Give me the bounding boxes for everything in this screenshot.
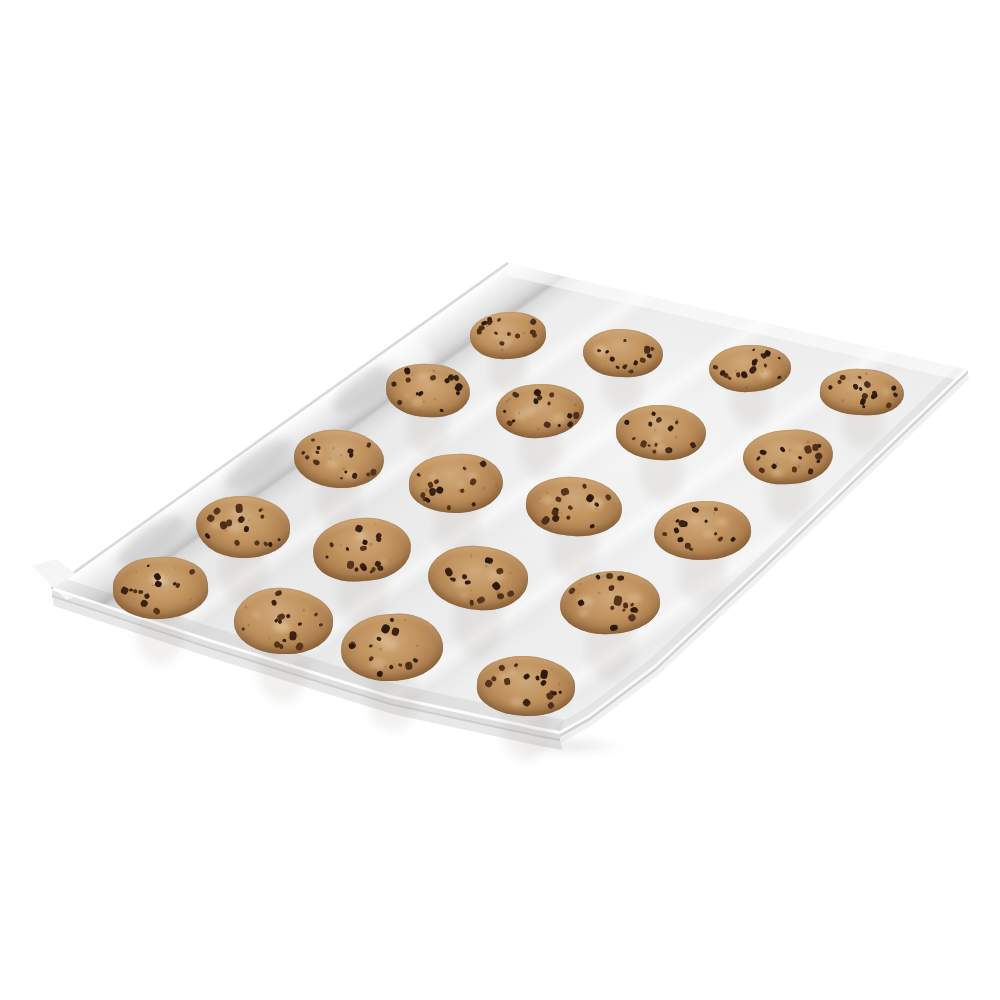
- chocolate-chip: [462, 466, 467, 471]
- cookie-freckle: [712, 512, 715, 515]
- cookie-body: [582, 328, 664, 379]
- cookie-freckle: [302, 609, 305, 612]
- chocolate-chip: [146, 564, 150, 568]
- chocolate-chip: [151, 607, 160, 616]
- cookie-freckle: [422, 400, 425, 403]
- chocolate-chip: [543, 421, 552, 429]
- chocolate-chip: [444, 566, 454, 577]
- chocolate-chip: [119, 586, 128, 596]
- cookie-freckle: [842, 399, 845, 402]
- chocolate-chip: [405, 661, 414, 670]
- cookie-freckle: [248, 520, 250, 522]
- chocolate-chip: [568, 504, 574, 510]
- chocolate-chip: [274, 590, 282, 597]
- chocolate-chip: [758, 467, 765, 474]
- cookie-freckle: [152, 584, 154, 586]
- chocolate-chip: [622, 365, 627, 370]
- chocolate-chip: [429, 373, 436, 380]
- cookie-dough-bump: [578, 609, 589, 617]
- chocolate-chip: [188, 568, 196, 576]
- cookie-freckle: [384, 665, 386, 667]
- chocolate-chip: [533, 397, 539, 404]
- chocolate-chip: [396, 398, 403, 405]
- cookie-freckle: [375, 523, 377, 525]
- cookie-dough-bump: [541, 495, 553, 504]
- cookie-freckle: [425, 488, 428, 491]
- chocolate-chip: [704, 518, 708, 522]
- chocolate-chip: [506, 590, 514, 598]
- chocolate-chip: [282, 639, 286, 643]
- chocolate-chip: [779, 446, 786, 453]
- chocolate-chip: [329, 541, 335, 547]
- cookie-dough-bump: [508, 670, 517, 677]
- chocolate-chip: [243, 526, 249, 533]
- cookie-dough-bump: [795, 444, 803, 450]
- chocolate-chip: [462, 574, 468, 580]
- chocolate-chip: [325, 555, 329, 559]
- chocolate-chip: [369, 644, 373, 647]
- chocolate-chip: [465, 580, 471, 585]
- chocolate-chip: [497, 592, 505, 600]
- chocolate-chip: [515, 333, 521, 338]
- chocolate-chip: [471, 501, 476, 506]
- chocolate-chip: [862, 404, 866, 408]
- chocolate-chip: [278, 643, 284, 649]
- chocolate-chip: [479, 460, 487, 468]
- chocolate-chip: [376, 671, 383, 678]
- cookie-freckle: [635, 366, 637, 368]
- chocolate-chip: [318, 623, 323, 627]
- cookie-freckle: [745, 386, 748, 389]
- chocolate-chip: [351, 473, 358, 480]
- chocolate-chip: [751, 348, 755, 352]
- chocolate-chip: [609, 356, 615, 362]
- chocolate-chip: [558, 690, 562, 694]
- chocolate-chip: [690, 441, 697, 449]
- cookie-freckle: [604, 360, 606, 362]
- cookie-dough-bump: [651, 435, 662, 443]
- chocolate-chip: [498, 663, 507, 672]
- chocolate-chip: [892, 392, 899, 399]
- cookie-dough-bump: [627, 592, 642, 603]
- cookie-freckle: [495, 484, 498, 487]
- chocolate-chip: [359, 545, 367, 551]
- chocolate-chip: [549, 392, 554, 398]
- chocolate-chip: [380, 623, 391, 634]
- cookie-freckle: [806, 441, 809, 444]
- chocolate-chip: [397, 662, 402, 666]
- cookie-freckle: [558, 683, 561, 686]
- cookie-dough-bump: [690, 517, 698, 523]
- chocolate-chip: [289, 631, 297, 640]
- chocolate-chip: [655, 416, 663, 424]
- chocolate-chip: [573, 412, 579, 420]
- chocolate-chip: [595, 573, 602, 580]
- chocolate-chip: [346, 560, 354, 569]
- chocolate-chip: [645, 345, 651, 353]
- cookie-freckle: [789, 449, 792, 452]
- chocolate-chip: [355, 523, 364, 532]
- chocolate-chip: [610, 605, 615, 610]
- chocolate-chip: [485, 557, 494, 564]
- chocolate-chip: [366, 473, 370, 477]
- cookie-freckle: [551, 668, 553, 670]
- cookie-freckle: [224, 529, 227, 532]
- chocolate-chip: [540, 669, 549, 679]
- cookie-dough-bump: [551, 413, 566, 424]
- chocolate-chip: [340, 477, 344, 480]
- chocolate-chip: [138, 590, 143, 594]
- chocolate-chip: [439, 408, 444, 412]
- chocolate-chip: [294, 642, 304, 652]
- chocolate-chip: [253, 540, 260, 547]
- chocolate-chip: [493, 330, 498, 335]
- chocolate-chip: [270, 599, 277, 607]
- cookie-freckle: [797, 465, 800, 468]
- chocolate-chip: [615, 365, 620, 370]
- chocolate-chip: [416, 472, 421, 477]
- chocolate-chip: [828, 384, 834, 390]
- chocolate-chip: [540, 679, 547, 686]
- chocolate-chip: [676, 536, 683, 542]
- cookie-dough-bump: [428, 473, 436, 479]
- chocolate-chip: [639, 439, 647, 448]
- cookie-freckle: [872, 384, 874, 386]
- cookie-freckle: [244, 605, 248, 609]
- chocolate-chip: [434, 478, 440, 484]
- chocolate-chip: [389, 617, 395, 623]
- cookie-dough-bump: [881, 388, 891, 395]
- cookie-freckle: [523, 331, 526, 334]
- cookie-freckle: [134, 571, 136, 573]
- cookie-freckle: [404, 619, 406, 621]
- chocolate-chip: [713, 531, 717, 535]
- cookie-freckle: [512, 341, 514, 343]
- chocolate-chip: [507, 332, 512, 336]
- chocolate-chip: [857, 375, 862, 379]
- cookie-freckle: [332, 447, 335, 450]
- chocolate-chip: [891, 385, 898, 392]
- chocolate-chip: [648, 421, 653, 426]
- chocolate-chip: [613, 594, 623, 605]
- cookie-freckle: [560, 511, 562, 513]
- chocolate-chip: [154, 580, 162, 588]
- chocolate-chip: [749, 365, 758, 375]
- chocolate-chip: [539, 514, 551, 526]
- chocolate-chip: [204, 533, 211, 540]
- chocolate-chip: [648, 444, 652, 447]
- chocolate-chip: [632, 436, 637, 440]
- chocolate-chip: [376, 536, 383, 542]
- cookie-freckle: [340, 454, 342, 456]
- chocolate-chip: [361, 565, 368, 572]
- chocolate-chip: [716, 535, 723, 542]
- chocolate-chip: [675, 420, 680, 425]
- cookie-dough-bump: [457, 481, 465, 486]
- chocolate-chip: [582, 483, 588, 489]
- cookie-freckle: [374, 669, 376, 671]
- cookie-freckle: [624, 434, 626, 436]
- chocolate-chip: [651, 411, 656, 416]
- cookie-dough-bump: [274, 621, 291, 633]
- chocolate-chip: [661, 531, 666, 536]
- cookie-dough-bump: [715, 517, 727, 526]
- cookie-freckle: [577, 592, 579, 594]
- chocolate-chip: [512, 391, 521, 399]
- cookies-layer: [0, 0, 1000, 1000]
- cookie-freckle: [518, 412, 521, 415]
- chocolate-chip: [476, 595, 485, 604]
- cookie-freckle: [418, 408, 421, 411]
- cookie-freckle: [412, 373, 413, 374]
- cookie-freckle: [273, 543, 275, 545]
- cookie-freckle: [505, 400, 508, 403]
- chocolate-chip: [491, 676, 497, 682]
- cookie-freckle: [390, 558, 392, 560]
- chocolate-chip: [623, 339, 626, 343]
- chocolate-chip: [623, 419, 629, 425]
- chocolate-chip: [412, 657, 418, 663]
- chocolate-chip: [814, 451, 823, 460]
- cookie-freckle: [509, 571, 511, 573]
- cookie-freckle: [537, 428, 539, 430]
- chocolate-chip: [547, 701, 556, 710]
- chocolate-chip: [604, 493, 611, 500]
- cookie-freckle: [598, 591, 601, 594]
- chocolate-chip: [804, 445, 813, 455]
- chocolate-chip: [297, 622, 302, 626]
- chocolate-chip: [377, 565, 383, 571]
- cookie-freckle: [433, 397, 436, 400]
- chocolate-chip: [424, 496, 431, 503]
- chocolate-chip: [502, 409, 506, 413]
- chocolate-chip: [523, 673, 531, 680]
- chocolate-chip: [304, 455, 310, 461]
- chocolate-chip: [807, 468, 813, 475]
- chocolate-chip: [405, 376, 411, 382]
- chocolate-chip: [435, 485, 444, 494]
- cookie-freckle: [574, 403, 577, 406]
- chocolate-chip: [389, 664, 394, 670]
- chocolate-chip: [369, 468, 377, 476]
- chocolate-chip: [491, 581, 502, 592]
- cookie-freckle: [247, 624, 250, 627]
- chocolate-chip: [469, 599, 474, 605]
- chocolate-chip: [627, 612, 637, 622]
- chocolate-chip: [566, 514, 571, 519]
- chocolate-chip: [568, 586, 577, 594]
- cookie-freckle: [482, 486, 485, 489]
- cookie-freckle: [602, 575, 604, 577]
- chocolate-chip: [233, 539, 241, 547]
- cookie-freckle: [675, 435, 678, 438]
- chocolate-chip: [639, 357, 647, 364]
- chocolate-chip: [764, 363, 767, 367]
- chocolate-chip: [688, 547, 692, 551]
- chocolate-chip: [561, 487, 570, 496]
- cookie-freckle: [597, 525, 599, 527]
- cookie-freckle: [539, 497, 541, 499]
- cookie-dough-bump: [252, 612, 260, 618]
- cookie-freckle: [369, 542, 373, 546]
- cookie-freckle: [619, 363, 621, 365]
- chocolate-chip: [735, 371, 740, 376]
- cookie-freckle: [509, 398, 511, 400]
- chocolate-chip: [486, 317, 491, 323]
- chocolate-chip: [531, 332, 537, 339]
- chocolate-chip: [362, 538, 369, 545]
- chocolate-chip: [604, 350, 608, 354]
- chocolate-chip: [404, 367, 411, 375]
- cookie-freckle: [735, 369, 737, 371]
- chocolate-chip: [617, 575, 625, 581]
- chocolate-chip: [609, 624, 618, 632]
- cookie-dough-bump: [460, 592, 468, 598]
- chocolate-chip: [348, 643, 355, 649]
- chocolate-chip: [566, 412, 573, 419]
- cookie-freckle: [416, 644, 419, 647]
- cookie-freckle: [707, 540, 709, 542]
- chocolate-chip: [713, 364, 719, 369]
- cookie-body: [615, 403, 707, 461]
- chocolate-chip: [760, 449, 767, 455]
- chocolate-chip: [366, 442, 372, 448]
- chocolate-chip: [259, 514, 264, 519]
- chocolate-chip: [391, 626, 400, 636]
- chocolate-chip: [557, 423, 561, 427]
- chocolate-chip: [460, 488, 465, 493]
- cookie-freckle: [865, 372, 868, 375]
- cookie-freckle: [485, 565, 488, 568]
- chocolate-chip: [504, 677, 512, 686]
- cookie-dough-bump: [412, 398, 423, 406]
- chocolate-chip: [713, 507, 717, 511]
- chocolate-chip: [777, 375, 781, 379]
- chocolate-chip: [345, 546, 350, 551]
- chocolate-chip: [885, 402, 892, 409]
- chocolate-chip: [650, 346, 655, 351]
- cookie-freckle: [501, 348, 504, 351]
- chocolate-chip: [792, 467, 797, 473]
- chocolate-chip: [729, 536, 735, 542]
- chocolate-chip: [566, 420, 574, 428]
- chocolate-chip: [300, 450, 305, 455]
- cookie-freckle: [659, 530, 661, 532]
- cookie-freckle: [761, 370, 763, 372]
- chocolate-chip: [777, 356, 781, 360]
- chocolate-chip: [313, 613, 318, 618]
- chocolate-chip: [212, 507, 222, 516]
- chocolate-chip: [547, 401, 551, 405]
- cookie-freckle: [174, 567, 176, 569]
- chocolate-chip: [311, 439, 315, 442]
- chocolate-chip: [391, 380, 397, 385]
- cookie-freckle: [379, 647, 382, 650]
- chocolate-chip: [817, 444, 821, 449]
- cookie-dough-bump: [326, 460, 339, 469]
- cookie-freckle: [268, 638, 270, 640]
- chocolate-chip: [286, 614, 291, 619]
- product-photo: [0, 0, 1000, 1000]
- cookie-freckle: [536, 341, 538, 343]
- chocolate-chip: [522, 698, 532, 708]
- cookie-freckle: [580, 582, 583, 585]
- chocolate-chip: [836, 379, 842, 385]
- chocolate-chip: [755, 456, 760, 462]
- chocolate-chip: [497, 317, 502, 322]
- cookie-freckle: [432, 369, 435, 372]
- cookie-freckle: [697, 541, 699, 543]
- chocolate-chip: [446, 505, 451, 511]
- chocolate-chip: [241, 627, 245, 631]
- chocolate-chip: [133, 589, 137, 593]
- cookie-dough-bump: [357, 532, 367, 539]
- chocolate-chip: [633, 360, 639, 366]
- chocolate-chip: [370, 570, 373, 573]
- chocolate-chip: [623, 602, 629, 609]
- chocolate-chip: [647, 353, 653, 358]
- cookie-freckle: [189, 598, 192, 601]
- chocolate-chip: [691, 505, 699, 512]
- chocolate-chip: [529, 317, 537, 325]
- chocolate-chip: [673, 526, 680, 533]
- chocolate-chip: [609, 583, 615, 589]
- cookie-dough-bump: [417, 371, 431, 381]
- chocolate-chip: [278, 538, 282, 542]
- chocolate-chip: [312, 458, 321, 466]
- cookie-freckle: [470, 555, 473, 558]
- chocolate-chip: [535, 675, 540, 680]
- chocolate-chip: [667, 424, 675, 432]
- cookie-freckle: [340, 544, 342, 546]
- cookie-freckle: [546, 492, 548, 494]
- chocolate-chip: [479, 325, 485, 330]
- chocolate-chip: [235, 504, 243, 513]
- chocolate-chip: [589, 523, 595, 528]
- cookie-dough-bump: [404, 392, 411, 397]
- cookie-freckle: [470, 590, 472, 592]
- chocolate-chip: [606, 573, 613, 579]
- cookie-dough-bump: [514, 409, 528, 419]
- chocolate-chip: [554, 495, 561, 502]
- cookie-dough-bump: [702, 529, 713, 537]
